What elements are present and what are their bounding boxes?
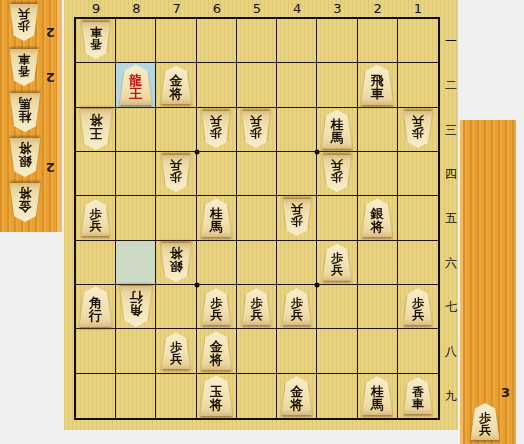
board-square[interactable] <box>317 19 357 63</box>
shogi-piece-gote[interactable]: 角行 <box>119 286 153 327</box>
shogi-piece-sente[interactable]: 歩兵 <box>201 288 231 325</box>
file-label: 9 <box>92 1 100 16</box>
board-square[interactable] <box>116 241 156 285</box>
board-square[interactable]: 歩兵 <box>237 108 277 152</box>
shogi-piece-sente[interactable]: 龍王 <box>119 64 153 105</box>
piece-kanji: 香車 <box>403 377 433 414</box>
hand-piece-gote[interactable]: 歩兵2 <box>0 0 57 45</box>
board-grid: 香車龍王金将飛車王将歩兵歩兵桂馬歩兵歩兵歩兵歩兵桂馬歩兵銀将銀将歩兵角行角行歩兵… <box>74 17 440 420</box>
board-square[interactable]: 歩兵 <box>237 285 277 329</box>
shogi-piece-sente[interactable]: 歩兵 <box>81 199 111 236</box>
board-square[interactable]: 歩兵 <box>76 196 116 240</box>
board-square[interactable] <box>156 374 196 418</box>
board-square[interactable]: 飛車 <box>358 63 398 107</box>
board-square[interactable]: 玉将 <box>197 374 237 418</box>
hand-piece-sente[interactable]: 歩兵 <box>470 403 500 440</box>
board-square[interactable]: 銀将 <box>156 241 196 285</box>
piece-kanji: 香車 <box>81 22 111 59</box>
file-label: 4 <box>293 1 301 16</box>
board-square[interactable] <box>277 63 317 107</box>
shogi-piece-gote[interactable]: 歩兵 <box>282 199 312 236</box>
board-square[interactable] <box>358 285 398 329</box>
rank-label: 三 <box>443 121 459 138</box>
board-square[interactable] <box>277 241 317 285</box>
board-square[interactable] <box>116 152 156 196</box>
piece-kanji: 歩兵 <box>470 403 500 440</box>
board-square[interactable]: 歩兵 <box>277 285 317 329</box>
piece-kanji: 角行 <box>119 286 153 327</box>
piece-kanji: 歩兵 <box>241 111 271 148</box>
board-square[interactable] <box>398 63 438 107</box>
shogi-piece-gote[interactable]: 歩兵 <box>322 155 352 192</box>
board-square[interactable]: 歩兵 <box>317 241 357 285</box>
piece-kanji: 歩兵 <box>403 111 433 148</box>
board-square[interactable]: 桂馬 <box>358 374 398 418</box>
board-square[interactable] <box>76 152 116 196</box>
rank-label: 一 <box>443 33 459 50</box>
board-square[interactable]: 桂馬 <box>197 196 237 240</box>
shogi-piece-sente[interactable]: 歩兵 <box>282 288 312 325</box>
sente-captured-stand: 歩兵3 <box>460 120 516 444</box>
piece-kanji: 歩兵 <box>282 288 312 325</box>
piece-kanji: 金将 <box>281 376 313 415</box>
shogi-game-window: 歩兵2香車2桂馬銀将2金将 987654321 香車龍王金将飛車王将歩兵歩兵桂馬… <box>0 0 524 444</box>
piece-kanji: 歩兵 <box>81 199 111 236</box>
board-square[interactable] <box>398 19 438 63</box>
rank-label: 六 <box>443 254 459 271</box>
board-square[interactable] <box>197 241 237 285</box>
piece-kanji: 歩兵 <box>322 244 352 281</box>
rank-label: 五 <box>443 210 459 227</box>
piece-kanji: 桂馬 <box>9 93 41 132</box>
board-square[interactable]: 桂馬 <box>317 108 357 152</box>
board-square[interactable] <box>358 241 398 285</box>
piece-kanji: 金将 <box>9 183 41 222</box>
board-square[interactable] <box>76 63 116 107</box>
shogi-piece-gote[interactable]: 香車 <box>9 49 39 86</box>
star-point <box>315 150 320 155</box>
board-square[interactable] <box>116 108 156 152</box>
shogi-piece-sente[interactable]: 角行 <box>79 286 113 327</box>
hand-piece-count: 3 <box>501 385 510 400</box>
board-square[interactable] <box>358 329 398 373</box>
board-square[interactable] <box>317 374 357 418</box>
piece-kanji: 歩兵 <box>403 288 433 325</box>
star-point <box>194 150 199 155</box>
shogi-piece-sente[interactable]: 桂馬 <box>200 198 232 237</box>
shogi-piece-gote[interactable]: 王将 <box>79 109 113 150</box>
board-square[interactable] <box>398 241 438 285</box>
board-square[interactable] <box>116 196 156 240</box>
hand-piece-gote[interactable]: 桂馬 <box>0 90 57 135</box>
piece-kanji: 桂馬 <box>361 376 393 415</box>
board-square[interactable] <box>237 63 277 107</box>
hand-piece-count: 2 <box>46 70 55 85</box>
board-square[interactable]: 王将 <box>76 108 116 152</box>
board-square[interactable]: 金将 <box>156 63 196 107</box>
board-square[interactable] <box>156 196 196 240</box>
board-square[interactable] <box>156 19 196 63</box>
board-square[interactable] <box>76 241 116 285</box>
board-square[interactable] <box>277 19 317 63</box>
hand-piece-count: 2 <box>46 25 55 40</box>
file-label: 7 <box>172 1 180 16</box>
rank-label: 八 <box>443 343 459 360</box>
shogi-piece-sente[interactable]: 香車 <box>403 377 433 414</box>
hand-piece-gote[interactable]: 金将 <box>0 180 57 225</box>
piece-kanji: 桂馬 <box>200 198 232 237</box>
board-square[interactable]: 歩兵 <box>317 152 357 196</box>
shogi-piece-sente[interactable]: 金将 <box>281 376 313 415</box>
board-square[interactable] <box>156 285 196 329</box>
piece-kanji: 歩兵 <box>161 332 191 369</box>
piece-kanji: 金将 <box>160 65 192 104</box>
piece-kanji: 銀将 <box>160 243 192 282</box>
board-square[interactable] <box>237 196 277 240</box>
piece-kanji: 歩兵 <box>201 288 231 325</box>
file-label: 5 <box>253 1 261 16</box>
board-square[interactable]: 金将 <box>277 374 317 418</box>
board-square[interactable] <box>156 108 196 152</box>
board-square[interactable] <box>277 329 317 373</box>
piece-kanji: 歩兵 <box>161 155 191 192</box>
rank-label: 四 <box>443 166 459 183</box>
board-square[interactable]: 歩兵 <box>277 196 317 240</box>
board-square[interactable] <box>358 19 398 63</box>
file-label: 1 <box>414 1 422 16</box>
board-square[interactable] <box>116 19 156 63</box>
board-square[interactable] <box>398 152 438 196</box>
piece-kanji: 歩兵 <box>201 111 231 148</box>
shogi-piece-sente[interactable]: 桂馬 <box>361 376 393 415</box>
board-square[interactable] <box>237 152 277 196</box>
piece-kanji: 王将 <box>79 109 113 150</box>
board-square[interactable]: 香車 <box>76 19 116 63</box>
piece-kanji: 銀将 <box>9 138 41 177</box>
piece-kanji: 香車 <box>9 49 39 86</box>
board-square[interactable] <box>197 19 237 63</box>
hand-piece-count: 2 <box>46 160 55 175</box>
board-square[interactable] <box>237 241 277 285</box>
board-square[interactable] <box>277 108 317 152</box>
shogi-board: 987654321 香車龍王金将飛車王将歩兵歩兵桂馬歩兵歩兵歩兵歩兵桂馬歩兵銀将… <box>64 0 458 430</box>
board-square[interactable]: 歩兵 <box>197 108 237 152</box>
shogi-piece-gote[interactable]: 歩兵 <box>9 4 39 41</box>
board-square[interactable] <box>398 196 438 240</box>
board-square[interactable] <box>76 374 116 418</box>
board-square[interactable] <box>116 374 156 418</box>
board-square[interactable]: 歩兵 <box>197 285 237 329</box>
star-point <box>194 283 199 288</box>
board-square[interactable] <box>237 329 277 373</box>
board-square[interactable] <box>237 374 277 418</box>
shogi-piece-gote[interactable]: 歩兵 <box>161 155 191 192</box>
shogi-piece-sente[interactable]: 玉将 <box>199 375 233 416</box>
shogi-piece-sente[interactable]: 金将 <box>200 331 232 370</box>
piece-kanji: 桂馬 <box>321 110 353 149</box>
piece-kanji: 飛車 <box>360 64 394 105</box>
board-square[interactable]: 歩兵 <box>156 329 196 373</box>
shogi-piece-sente[interactable]: 飛車 <box>360 64 394 105</box>
piece-kanji: 龍王 <box>119 64 153 105</box>
piece-kanji: 歩兵 <box>241 288 271 325</box>
piece-kanji: 金将 <box>200 331 232 370</box>
board-square[interactable] <box>358 108 398 152</box>
board-square[interactable] <box>317 285 357 329</box>
file-label: 8 <box>132 1 140 16</box>
shogi-piece-sente[interactable]: 歩兵 <box>470 403 500 440</box>
piece-kanji: 玉将 <box>199 375 233 416</box>
shogi-piece-sente[interactable]: 桂馬 <box>321 110 353 149</box>
board-square[interactable]: 龍王 <box>116 63 156 107</box>
board-square[interactable] <box>358 152 398 196</box>
piece-kanji: 歩兵 <box>282 199 312 236</box>
gote-captured-stand: 歩兵2香車2桂馬銀将2金将 <box>0 0 62 232</box>
board-square[interactable]: 香車 <box>398 374 438 418</box>
board-square[interactable] <box>197 63 237 107</box>
board-square[interactable] <box>277 152 317 196</box>
piece-kanji: 歩兵 <box>322 155 352 192</box>
shogi-piece-sente[interactable]: 金将 <box>160 65 192 104</box>
shogi-piece-gote[interactable]: 歩兵 <box>201 111 231 148</box>
shogi-piece-gote[interactable]: 香車 <box>81 22 111 59</box>
board-square[interactable]: 銀将 <box>358 196 398 240</box>
board-square[interactable]: 金将 <box>197 329 237 373</box>
file-label: 2 <box>374 1 382 16</box>
file-label: 3 <box>333 1 341 16</box>
hand-piece-gote[interactable]: 香車2 <box>0 45 57 90</box>
board-square[interactable] <box>398 329 438 373</box>
board-square[interactable]: 歩兵 <box>398 108 438 152</box>
file-label: 6 <box>213 1 221 16</box>
piece-kanji: 角行 <box>79 286 113 327</box>
shogi-piece-sente[interactable]: 歩兵 <box>241 288 271 325</box>
shogi-piece-gote[interactable]: 銀将 <box>9 138 41 177</box>
board-square[interactable] <box>237 19 277 63</box>
board-square[interactable]: 歩兵 <box>398 285 438 329</box>
shogi-piece-gote[interactable]: 桂馬 <box>9 93 41 132</box>
board-square[interactable]: 歩兵 <box>156 152 196 196</box>
board-square[interactable] <box>197 152 237 196</box>
board-square[interactable]: 角行 <box>116 285 156 329</box>
star-point <box>315 283 320 288</box>
rank-label: 七 <box>443 299 459 316</box>
board-square[interactable]: 角行 <box>76 285 116 329</box>
hand-piece-gote[interactable]: 銀将2 <box>0 135 57 180</box>
shogi-piece-sente[interactable]: 銀将 <box>361 198 393 237</box>
shogi-piece-gote[interactable]: 歩兵 <box>241 111 271 148</box>
shogi-piece-sente[interactable]: 歩兵 <box>161 332 191 369</box>
shogi-piece-gote[interactable]: 金将 <box>9 183 41 222</box>
board-square[interactable] <box>317 329 357 373</box>
piece-kanji: 銀将 <box>361 198 393 237</box>
rank-label: 九 <box>443 387 459 404</box>
piece-kanji: 歩兵 <box>9 4 39 41</box>
board-square[interactable] <box>116 329 156 373</box>
shogi-piece-gote[interactable]: 歩兵 <box>403 111 433 148</box>
rank-label: 二 <box>443 77 459 94</box>
board-square[interactable] <box>76 329 116 373</box>
shogi-piece-gote[interactable]: 銀将 <box>160 243 192 282</box>
shogi-piece-sente[interactable]: 歩兵 <box>322 244 352 281</box>
shogi-piece-sente[interactable]: 歩兵 <box>403 288 433 325</box>
board-square[interactable] <box>317 63 357 107</box>
board-square[interactable] <box>317 196 357 240</box>
